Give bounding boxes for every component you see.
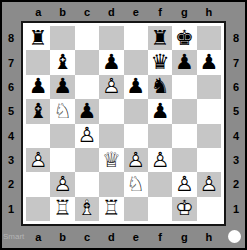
file-label-b: b <box>50 4 74 20</box>
file-label-e: e <box>124 229 148 245</box>
square-b3[interactable] <box>50 148 74 172</box>
black-pawn: ♟ <box>148 99 172 123</box>
rank-label-1: 1 <box>3 197 19 221</box>
square-g1[interactable]: ♚♔ <box>172 197 196 221</box>
white-pawn: ♟♙ <box>148 148 172 172</box>
rank-label-6: 6 <box>228 75 244 99</box>
white-pawn: ♟♙ <box>124 148 148 172</box>
rank-label-7: 7 <box>228 50 244 74</box>
square-g2[interactable]: ♟♙ <box>172 172 196 196</box>
file-labels-bottom: abcdefgh <box>26 229 221 245</box>
chess-diagram-frame: abcdefgh 87654321 87654321 abcdefgh ♜♜♚♝… <box>0 0 247 250</box>
chess-board: ♜♜♚♝♟♛♟♟♟♟♟♙♟♞♝♞♘♟♟♟♙♟♙♛♕♟♙♟♙♟♙♞♘♟♙♟♙♜♖♝… <box>21 21 226 226</box>
side-to-move-indicator <box>228 230 241 243</box>
file-label-h: h <box>197 229 221 245</box>
rank-labels-right: 87654321 <box>228 26 244 221</box>
rank-label-1: 1 <box>228 197 244 221</box>
square-c1[interactable]: ♝♗ <box>75 197 99 221</box>
square-c7[interactable] <box>75 50 99 74</box>
square-c8[interactable] <box>75 26 99 50</box>
square-h6[interactable] <box>197 75 221 99</box>
square-e7[interactable] <box>124 50 148 74</box>
square-h2[interactable]: ♟♙ <box>197 172 221 196</box>
rank-label-4: 4 <box>228 124 244 148</box>
square-f8[interactable]: ♜ <box>148 26 172 50</box>
rank-label-6: 6 <box>3 75 19 99</box>
rank-label-2: 2 <box>228 172 244 196</box>
square-d3[interactable]: ♛♕ <box>99 148 123 172</box>
file-label-h: h <box>197 4 221 20</box>
white-pawn: ♟♙ <box>197 172 221 196</box>
square-e1[interactable] <box>124 197 148 221</box>
square-c5[interactable]: ♟ <box>75 99 99 123</box>
black-pawn: ♟ <box>124 75 148 99</box>
white-pawn: ♟♙ <box>75 124 99 148</box>
square-d1[interactable]: ♜♖ <box>99 197 123 221</box>
rank-labels-left: 87654321 <box>3 26 19 221</box>
square-g4[interactable] <box>172 124 196 148</box>
white-king: ♚♔ <box>172 197 196 221</box>
black-pawn: ♟ <box>26 75 50 99</box>
black-queen: ♛ <box>148 50 172 74</box>
black-pawn: ♟ <box>50 75 74 99</box>
square-e6[interactable]: ♟ <box>124 75 148 99</box>
file-label-g: g <box>172 4 196 20</box>
black-pawn: ♟ <box>99 50 123 74</box>
file-label-c: c <box>75 229 99 245</box>
rank-label-3: 3 <box>228 148 244 172</box>
square-h4[interactable] <box>197 124 221 148</box>
square-b5[interactable]: ♞♘ <box>50 99 74 123</box>
square-b7[interactable]: ♝ <box>50 50 74 74</box>
square-a1[interactable] <box>26 197 50 221</box>
square-e2[interactable]: ♞♘ <box>124 172 148 196</box>
file-label-a: a <box>26 229 50 245</box>
file-label-c: c <box>75 4 99 20</box>
file-label-d: d <box>99 229 123 245</box>
file-labels-top: abcdefgh <box>26 4 221 20</box>
file-label-b: b <box>50 229 74 245</box>
white-pawn: ♟♙ <box>172 172 196 196</box>
white-pawn: ♟♙ <box>99 75 123 99</box>
file-label-g: g <box>172 229 196 245</box>
square-e3[interactable]: ♟♙ <box>124 148 148 172</box>
square-a3[interactable]: ♟♙ <box>26 148 50 172</box>
square-d4[interactable] <box>99 124 123 148</box>
square-a8[interactable]: ♜ <box>26 26 50 50</box>
square-c4[interactable]: ♟♙ <box>75 124 99 148</box>
watermark: Smart <box>3 232 24 241</box>
square-h3[interactable] <box>197 148 221 172</box>
black-pawn: ♟ <box>75 99 99 123</box>
square-e5[interactable] <box>124 99 148 123</box>
square-f1[interactable] <box>148 197 172 221</box>
rank-label-7: 7 <box>3 50 19 74</box>
square-b2[interactable]: ♟♙ <box>50 172 74 196</box>
black-king: ♚ <box>172 26 196 50</box>
square-b6[interactable]: ♟ <box>50 75 74 99</box>
square-g8[interactable]: ♚ <box>172 26 196 50</box>
square-h8[interactable] <box>197 26 221 50</box>
square-c6[interactable] <box>75 75 99 99</box>
white-knight: ♞♘ <box>50 99 74 123</box>
rank-label-4: 4 <box>3 124 19 148</box>
file-label-f: f <box>148 4 172 20</box>
square-f3[interactable]: ♟♙ <box>148 148 172 172</box>
black-bishop: ♝ <box>26 99 50 123</box>
square-c3[interactable] <box>75 148 99 172</box>
square-f6[interactable]: ♞ <box>148 75 172 99</box>
black-pawn: ♟ <box>197 50 221 74</box>
square-g3[interactable] <box>172 148 196 172</box>
square-a7[interactable] <box>26 50 50 74</box>
black-bishop: ♝ <box>50 50 74 74</box>
square-e4[interactable] <box>124 124 148 148</box>
rank-label-2: 2 <box>3 172 19 196</box>
black-pawn: ♟ <box>172 50 196 74</box>
white-rook: ♜♖ <box>50 197 74 221</box>
file-label-e: e <box>124 4 148 20</box>
white-pawn: ♟♙ <box>26 148 50 172</box>
square-a6[interactable]: ♟ <box>26 75 50 99</box>
white-rook: ♜♖ <box>99 197 123 221</box>
board-grid: ♜♜♚♝♟♛♟♟♟♟♟♙♟♞♝♞♘♟♟♟♙♟♙♛♕♟♙♟♙♟♙♞♘♟♙♟♙♜♖♝… <box>26 26 221 221</box>
square-h5[interactable] <box>197 99 221 123</box>
square-h7[interactable]: ♟ <box>197 50 221 74</box>
square-b4[interactable] <box>50 124 74 148</box>
square-h1[interactable] <box>197 197 221 221</box>
square-f2[interactable] <box>148 172 172 196</box>
rank-label-8: 8 <box>228 26 244 50</box>
white-bishop: ♝♗ <box>75 197 99 221</box>
square-f5[interactable]: ♟ <box>148 99 172 123</box>
square-d7[interactable]: ♟ <box>99 50 123 74</box>
white-pawn: ♟♙ <box>50 172 74 196</box>
file-label-f: f <box>148 229 172 245</box>
square-a5[interactable]: ♝ <box>26 99 50 123</box>
square-g7[interactable]: ♟ <box>172 50 196 74</box>
square-g5[interactable] <box>172 99 196 123</box>
rank-label-8: 8 <box>3 26 19 50</box>
black-knight: ♞ <box>148 75 172 99</box>
rank-label-5: 5 <box>3 99 19 123</box>
square-a2[interactable] <box>26 172 50 196</box>
square-d6[interactable]: ♟♙ <box>99 75 123 99</box>
white-knight: ♞♘ <box>124 172 148 196</box>
square-e8[interactable] <box>124 26 148 50</box>
square-b1[interactable]: ♜♖ <box>50 197 74 221</box>
file-label-a: a <box>26 4 50 20</box>
white-queen: ♛♕ <box>99 148 123 172</box>
square-g6[interactable] <box>172 75 196 99</box>
square-d2[interactable] <box>99 172 123 196</box>
square-f7[interactable]: ♛ <box>148 50 172 74</box>
black-rook: ♜ <box>26 26 50 50</box>
square-d8[interactable] <box>99 26 123 50</box>
square-c2[interactable] <box>75 172 99 196</box>
rank-label-3: 3 <box>3 148 19 172</box>
square-b8[interactable] <box>50 26 74 50</box>
black-rook: ♜ <box>148 26 172 50</box>
rank-label-5: 5 <box>228 99 244 123</box>
file-label-d: d <box>99 4 123 20</box>
square-a4[interactable] <box>26 124 50 148</box>
square-f4[interactable] <box>148 124 172 148</box>
square-d5[interactable] <box>99 99 123 123</box>
